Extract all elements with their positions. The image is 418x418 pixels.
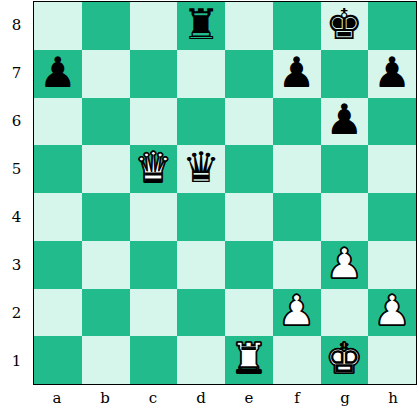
square-c5[interactable]: ♛ <box>130 145 178 193</box>
square-c7[interactable] <box>130 50 178 98</box>
black-queen-d5[interactable]: ♛ <box>182 147 220 189</box>
rank-label-5: 5 <box>0 145 33 193</box>
square-e3[interactable] <box>225 241 273 289</box>
square-f1[interactable] <box>273 336 321 384</box>
square-b4[interactable] <box>82 193 130 241</box>
square-a6[interactable] <box>34 98 82 146</box>
square-f6[interactable] <box>273 98 321 146</box>
square-b7[interactable] <box>82 50 130 98</box>
square-h1[interactable] <box>368 336 416 384</box>
rank-label-4: 4 <box>0 193 33 241</box>
square-c2[interactable] <box>130 289 178 337</box>
square-e6[interactable] <box>225 98 273 146</box>
square-b6[interactable] <box>82 98 130 146</box>
square-h5[interactable] <box>368 145 416 193</box>
file-label-g: g <box>321 385 369 417</box>
square-a5[interactable] <box>34 145 82 193</box>
black-pawn-f7[interactable]: ♟ <box>278 52 316 94</box>
square-a8[interactable] <box>34 2 82 50</box>
square-d5[interactable]: ♛ <box>177 145 225 193</box>
black-pawn-h7[interactable]: ♟ <box>373 52 411 94</box>
square-d2[interactable] <box>177 289 225 337</box>
square-d3[interactable] <box>177 241 225 289</box>
square-f2[interactable]: ♟ <box>273 289 321 337</box>
square-a7[interactable]: ♟ <box>34 50 82 98</box>
square-c3[interactable] <box>130 241 178 289</box>
rank-label-6: 6 <box>0 97 33 145</box>
square-b3[interactable] <box>82 241 130 289</box>
square-e4[interactable] <box>225 193 273 241</box>
square-g2[interactable] <box>321 289 369 337</box>
square-e2[interactable] <box>225 289 273 337</box>
file-label-d: d <box>177 385 225 417</box>
rank-label-3: 3 <box>0 241 33 289</box>
square-g3[interactable]: ♟ <box>321 241 369 289</box>
square-d4[interactable] <box>177 193 225 241</box>
black-pawn-g6[interactable]: ♟ <box>326 99 364 141</box>
square-d6[interactable] <box>177 98 225 146</box>
square-d1[interactable] <box>177 336 225 384</box>
rank-label-7: 7 <box>0 49 33 97</box>
square-h6[interactable] <box>368 98 416 146</box>
square-e7[interactable] <box>225 50 273 98</box>
square-c4[interactable] <box>130 193 178 241</box>
black-rook-d8[interactable]: ♜ <box>182 4 220 46</box>
square-a4[interactable] <box>34 193 82 241</box>
square-h3[interactable] <box>368 241 416 289</box>
square-b1[interactable] <box>82 336 130 384</box>
square-g8[interactable]: ♚ <box>321 2 369 50</box>
file-label-a: a <box>33 385 81 417</box>
white-king-g1[interactable]: ♚ <box>326 338 364 380</box>
white-rook-e1[interactable]: ♜ <box>230 338 268 380</box>
square-c1[interactable] <box>130 336 178 384</box>
board: ♜♚♟♟♟♟♛♛♟♟♟♜♚ <box>33 1 417 385</box>
square-d7[interactable] <box>177 50 225 98</box>
square-b2[interactable] <box>82 289 130 337</box>
square-a1[interactable] <box>34 336 82 384</box>
file-label-c: c <box>129 385 177 417</box>
file-label-e: e <box>225 385 273 417</box>
square-e1[interactable]: ♜ <box>225 336 273 384</box>
white-queen-c5[interactable]: ♛ <box>135 147 173 189</box>
square-g1[interactable]: ♚ <box>321 336 369 384</box>
square-g5[interactable] <box>321 145 369 193</box>
square-b5[interactable] <box>82 145 130 193</box>
square-g6[interactable]: ♟ <box>321 98 369 146</box>
file-labels: abcdefgh <box>33 385 417 417</box>
square-g7[interactable] <box>321 50 369 98</box>
square-b8[interactable] <box>82 2 130 50</box>
square-h7[interactable]: ♟ <box>368 50 416 98</box>
square-h4[interactable] <box>368 193 416 241</box>
white-pawn-h2[interactable]: ♟ <box>373 290 411 332</box>
square-f4[interactable] <box>273 193 321 241</box>
square-f5[interactable] <box>273 145 321 193</box>
square-c6[interactable] <box>130 98 178 146</box>
chess-diagram: 87654321 ♜♚♟♟♟♟♛♛♟♟♟♜♚ abcdefgh <box>0 0 418 418</box>
rank-labels: 87654321 <box>0 1 33 385</box>
square-a3[interactable] <box>34 241 82 289</box>
rank-label-1: 1 <box>0 337 33 385</box>
square-f3[interactable] <box>273 241 321 289</box>
file-label-b: b <box>81 385 129 417</box>
square-a2[interactable] <box>34 289 82 337</box>
file-label-f: f <box>273 385 321 417</box>
square-e5[interactable] <box>225 145 273 193</box>
black-king-g8[interactable]: ♚ <box>326 4 364 46</box>
rank-label-2: 2 <box>0 289 33 337</box>
rank-label-8: 8 <box>0 1 33 49</box>
square-f7[interactable]: ♟ <box>273 50 321 98</box>
square-h8[interactable] <box>368 2 416 50</box>
white-pawn-f2[interactable]: ♟ <box>278 290 316 332</box>
file-label-h: h <box>369 385 417 417</box>
square-h2[interactable]: ♟ <box>368 289 416 337</box>
black-pawn-a7[interactable]: ♟ <box>39 52 77 94</box>
square-d8[interactable]: ♜ <box>177 2 225 50</box>
square-c8[interactable] <box>130 2 178 50</box>
square-g4[interactable] <box>321 193 369 241</box>
square-e8[interactable] <box>225 2 273 50</box>
white-pawn-g3[interactable]: ♟ <box>326 243 364 285</box>
square-f8[interactable] <box>273 2 321 50</box>
